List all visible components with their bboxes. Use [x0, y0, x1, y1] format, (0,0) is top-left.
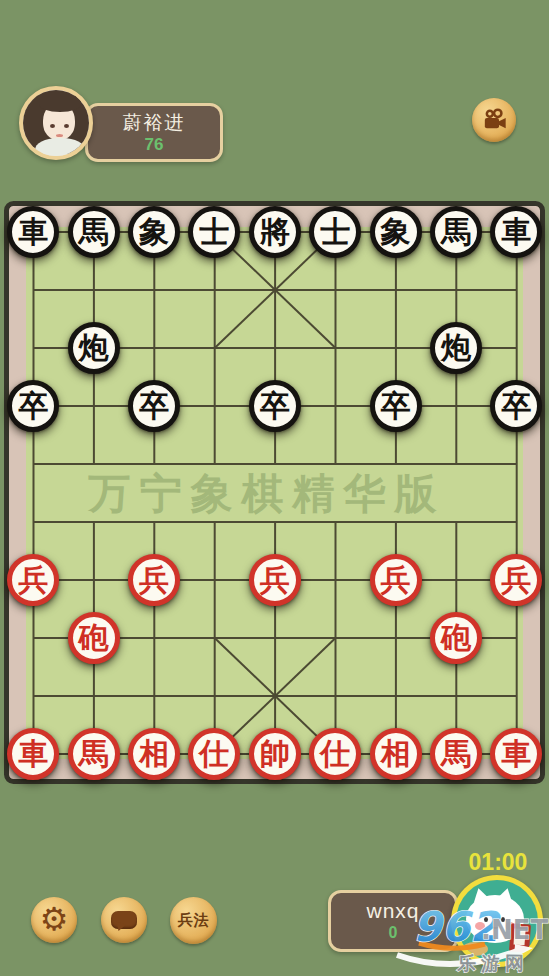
piece-black-r0c5[interactable]: 士 — [309, 206, 361, 258]
piece-red-r9c3[interactable]: 仕 — [188, 728, 240, 780]
site-net: .NET — [481, 915, 548, 945]
piece-red-r9c7[interactable]: 馬 — [430, 728, 482, 780]
avatar-eye — [64, 124, 69, 128]
piece-black-r3c8[interactable]: 卒 — [490, 380, 542, 432]
piece-black-r0c1[interactable]: 馬 — [68, 206, 120, 258]
piece-black-r0c4[interactable]: 將 — [249, 206, 301, 258]
gear-icon: ⚙ — [40, 903, 69, 935]
piece-black-r0c6[interactable]: 象 — [370, 206, 422, 258]
piece-black-r0c7[interactable]: 馬 — [430, 206, 482, 258]
piece-red-r6c4[interactable]: 兵 — [249, 554, 301, 606]
move-timer: 01:00 — [447, 849, 549, 876]
piece-black-r3c0[interactable]: 卒 — [7, 380, 59, 432]
piece-black-r0c2[interactable]: 象 — [128, 206, 180, 258]
tactics-button-label: 兵法 — [178, 911, 210, 930]
piece-red-r9c2[interactable]: 相 — [128, 728, 180, 780]
chat-bubble-icon — [111, 911, 137, 929]
piece-red-r9c4[interactable]: 帥 — [249, 728, 301, 780]
piece-red-r7c1[interactable]: 砲 — [68, 612, 120, 664]
avatar-bang — [39, 96, 81, 112]
piece-red-r9c0[interactable]: 車 — [7, 728, 59, 780]
spectate-button[interactable] — [472, 98, 516, 142]
game-screen: 蔚裕进 76 — [0, 0, 549, 976]
site-name: 乐游网 — [456, 952, 529, 974]
top-player-avatar[interactable] — [19, 86, 93, 160]
top-player-plate: 蔚裕进 76 — [85, 103, 223, 162]
xiangqi-board[interactable]: 万宁象棋精华版 車馬象士將士象馬車炮炮卒卒卒卒卒兵兵兵兵兵砲砲車馬相仕帥仕相馬車 — [4, 201, 545, 784]
piece-black-r3c2[interactable]: 卒 — [128, 380, 180, 432]
piece-black-r0c8[interactable]: 車 — [490, 206, 542, 258]
top-player-rating: 76 — [145, 135, 164, 155]
chat-button[interactable] — [101, 897, 147, 943]
piece-red-r9c6[interactable]: 相 — [370, 728, 422, 780]
piece-black-r3c6[interactable]: 卒 — [370, 380, 422, 432]
piece-black-r0c3[interactable]: 士 — [188, 206, 240, 258]
piece-black-r0c0[interactable]: 車 — [7, 206, 59, 258]
settings-button[interactable]: ⚙ — [31, 897, 77, 943]
site-watermark: 962 .NET 乐游网 — [389, 891, 549, 976]
piece-red-r6c6[interactable]: 兵 — [370, 554, 422, 606]
piece-red-r9c5[interactable]: 仕 — [309, 728, 361, 780]
tactics-button[interactable]: 兵法 — [170, 897, 217, 944]
piece-red-r6c2[interactable]: 兵 — [128, 554, 180, 606]
piece-black-r2c1[interactable]: 炮 — [68, 322, 120, 374]
piece-red-r6c0[interactable]: 兵 — [7, 554, 59, 606]
piece-black-r2c7[interactable]: 炮 — [430, 322, 482, 374]
top-player-name: 蔚裕进 — [123, 111, 186, 135]
avatar-eye — [50, 124, 55, 128]
video-camera-icon — [479, 105, 509, 135]
piece-red-r7c7[interactable]: 砲 — [430, 612, 482, 664]
pieces-layer: 車馬象士將士象馬車炮炮卒卒卒卒卒兵兵兵兵兵砲砲車馬相仕帥仕相馬車 — [3, 203, 547, 783]
avatar-robe — [35, 138, 85, 160]
piece-red-r9c8[interactable]: 車 — [490, 728, 542, 780]
piece-black-r3c4[interactable]: 卒 — [249, 380, 301, 432]
piece-red-r6c8[interactable]: 兵 — [490, 554, 542, 606]
avatar-lip — [56, 134, 63, 137]
piece-red-r9c1[interactable]: 馬 — [68, 728, 120, 780]
